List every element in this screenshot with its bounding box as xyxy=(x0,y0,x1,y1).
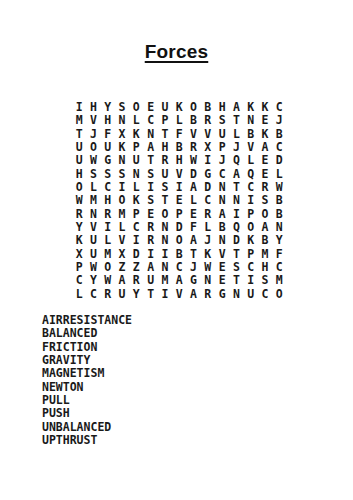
grid-cell: U xyxy=(244,288,258,301)
grid-cell: A xyxy=(186,234,200,247)
grid-cell: S xyxy=(143,194,157,207)
grid-cell: Q xyxy=(229,154,243,167)
grid-cell: H xyxy=(172,154,186,167)
grid-cell: M xyxy=(272,274,286,287)
word-list-item: NEWTON xyxy=(42,381,132,394)
grid-cell: U xyxy=(129,154,143,167)
grid-cell: I xyxy=(244,274,258,287)
word-list-item: PULL xyxy=(42,394,132,407)
grid-cell: L xyxy=(101,234,115,247)
word-list-item: PUSH xyxy=(42,407,132,420)
grid-cell: Y xyxy=(86,274,100,287)
word-list: AIRRESISTANCEBALANCEDFRICTIONGRAVITYMAGN… xyxy=(42,314,132,447)
grid-cell: K xyxy=(244,234,258,247)
grid-cell: E xyxy=(258,114,272,127)
grid-cell: E xyxy=(258,154,272,167)
grid-cell: J xyxy=(272,114,286,127)
grid-cell: A xyxy=(172,274,186,287)
grid-cell: M xyxy=(72,114,86,127)
grid-cell: O xyxy=(272,288,286,301)
grid-cell: R xyxy=(143,234,157,247)
grid-cell: U xyxy=(72,154,86,167)
grid-cell: T xyxy=(229,114,243,127)
grid-cell: W xyxy=(186,154,200,167)
grid-cell: N xyxy=(244,114,258,127)
word-list-item: UNBALANCED xyxy=(42,421,132,434)
grid-cell: W xyxy=(101,274,115,287)
grid-cell: N xyxy=(158,234,172,247)
grid-cell: N xyxy=(215,234,229,247)
grid-cell: A xyxy=(186,288,200,301)
grid-cell: I xyxy=(158,288,172,301)
grid-cell: R xyxy=(101,288,115,301)
grid-cell: G xyxy=(101,154,115,167)
grid-cell: O xyxy=(115,194,129,207)
worksheet-page: Forces IHYSOEUKOBHAKKCMVHNLCPLBRSTNEJTJF… xyxy=(0,0,353,500)
grid-cell: G xyxy=(215,288,229,301)
grid-cell: D xyxy=(272,154,286,167)
grid-cell: E xyxy=(215,274,229,287)
grid-cell: U xyxy=(143,274,157,287)
grid-cell: I xyxy=(244,194,258,207)
grid-cell: B xyxy=(272,194,286,207)
grid-cell: S xyxy=(258,274,272,287)
grid-cell: I xyxy=(201,154,215,167)
grid-cell: W xyxy=(72,194,86,207)
grid-cell: S xyxy=(215,114,229,127)
grid-cell: N xyxy=(215,194,229,207)
word-list-item: UPTHRUST xyxy=(42,434,132,447)
grid-cell: L xyxy=(186,194,200,207)
grid-cell: V xyxy=(172,288,186,301)
grid-cell: C xyxy=(201,194,215,207)
grid-cell: E xyxy=(172,194,186,207)
word-list-item: FRICTION xyxy=(42,341,132,354)
grid-cell: C xyxy=(258,288,272,301)
grid-cell: K xyxy=(72,234,86,247)
grid-cell: J xyxy=(201,234,215,247)
grid-cell: T xyxy=(143,288,157,301)
grid-cell: V xyxy=(86,114,100,127)
grid-cell: C xyxy=(86,288,100,301)
word-list-item: GRAVITY xyxy=(42,354,132,367)
grid-cell: B xyxy=(186,114,200,127)
grid-cell: C xyxy=(72,274,86,287)
word-search-grid: IHYSOEUKOBHAKKCMVHNLCPLBRSTNEJTJFXKNTFVV… xyxy=(72,101,286,301)
grid-cell: W xyxy=(86,154,100,167)
word-list-item: MAGNETISM xyxy=(42,367,132,380)
grid-cell: H xyxy=(101,194,115,207)
grid-cell: I xyxy=(129,234,143,247)
grid-cell: N xyxy=(115,154,129,167)
grid-cell: R xyxy=(129,274,143,287)
grid-cell: N xyxy=(229,194,243,207)
grid-cell: H xyxy=(101,114,115,127)
grid-cell: C xyxy=(143,114,157,127)
grid-cell: U xyxy=(115,288,129,301)
grid-cell: R xyxy=(201,114,215,127)
grid-cell: L xyxy=(172,114,186,127)
grid-cell: T xyxy=(143,154,157,167)
grid-cell: O xyxy=(172,234,186,247)
grid-cell: N xyxy=(229,288,243,301)
word-list-item: BALANCED xyxy=(42,327,132,340)
grid-cell: R xyxy=(158,154,172,167)
grid-cell: V xyxy=(115,234,129,247)
word-list-item: AIRRESISTANCE xyxy=(42,314,132,327)
grid-cell: K xyxy=(129,194,143,207)
grid-cell: L xyxy=(72,288,86,301)
grid-cell: N xyxy=(201,274,215,287)
puzzle-title: Forces xyxy=(0,41,353,63)
grid-cell: R xyxy=(201,288,215,301)
grid-cell: M xyxy=(158,274,172,287)
grid-cell: L xyxy=(244,154,258,167)
grid-cell: Y xyxy=(272,234,286,247)
grid-cell: G xyxy=(186,274,200,287)
grid-cell: L xyxy=(129,114,143,127)
grid-cell: S xyxy=(258,194,272,207)
grid-cell: T xyxy=(229,274,243,287)
grid-cell: P xyxy=(158,114,172,127)
grid-cell: A xyxy=(115,274,129,287)
grid-cell: T xyxy=(158,194,172,207)
grid-cell: D xyxy=(229,234,243,247)
grid-cell: U xyxy=(86,234,100,247)
grid-cell: B xyxy=(258,234,272,247)
grid-cell: M xyxy=(86,194,100,207)
grid-cell: Y xyxy=(129,288,143,301)
grid-cell: J xyxy=(215,154,229,167)
grid-cell: N xyxy=(115,114,129,127)
